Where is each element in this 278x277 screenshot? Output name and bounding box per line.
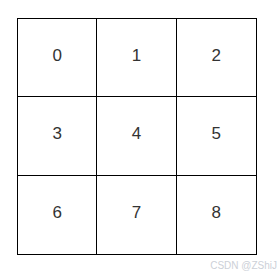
cell-r2c0: 6 — [18, 176, 97, 254]
cell-r1c1: 4 — [97, 97, 176, 175]
puzzle-board: 0 1 2 3 4 5 6 7 8 — [17, 18, 257, 255]
cell-r0c0: 0 — [18, 19, 97, 97]
cell-r2c2: 8 — [177, 176, 256, 254]
cell-r0c2: 2 — [177, 19, 256, 97]
cell-r1c0: 3 — [18, 97, 97, 175]
cell-r2c1: 7 — [97, 176, 176, 254]
cell-r1c2: 5 — [177, 97, 256, 175]
diagram-canvas: 0 1 2 3 4 5 6 7 8 CSDN @ZShiJ — [0, 0, 278, 277]
csdn-watermark: CSDN @ZShiJ — [210, 261, 277, 271]
cell-r0c1: 1 — [97, 19, 176, 97]
